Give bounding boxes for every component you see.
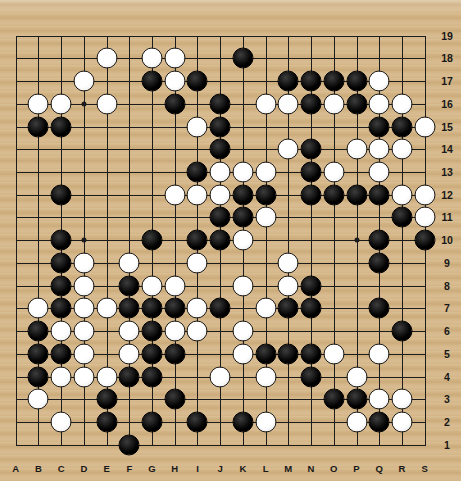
white-stone-J13 xyxy=(210,162,231,183)
column-label-D: D xyxy=(80,463,87,474)
white-stone-Q3 xyxy=(369,389,390,410)
white-stone-E18 xyxy=(96,48,117,69)
row-label-15: 15 xyxy=(441,121,453,133)
white-stone-K13 xyxy=(232,162,253,183)
black-stone-E3 xyxy=(96,389,117,410)
black-stone-J14 xyxy=(210,139,231,160)
column-label-R: R xyxy=(399,463,406,474)
column-label-G: G xyxy=(148,463,155,474)
white-stone-B3 xyxy=(28,389,49,410)
row-label-18: 18 xyxy=(441,52,453,64)
black-stone-B6 xyxy=(28,321,49,342)
white-stone-R3 xyxy=(391,389,412,410)
black-stone-K2 xyxy=(232,411,253,432)
black-stone-F4 xyxy=(119,366,140,387)
white-stone-S15 xyxy=(414,116,435,137)
white-stone-I15 xyxy=(187,116,208,137)
white-stone-S11 xyxy=(414,207,435,228)
white-stone-H6 xyxy=(164,321,185,342)
white-stone-P2 xyxy=(346,411,367,432)
black-stone-J10 xyxy=(210,230,231,251)
column-label-K: K xyxy=(239,463,246,474)
row-label-10: 10 xyxy=(441,234,453,246)
black-stone-G17 xyxy=(142,71,163,92)
row-label-14: 14 xyxy=(441,143,453,155)
black-stone-G2 xyxy=(142,411,163,432)
black-stone-C10 xyxy=(51,230,72,251)
black-stone-P3 xyxy=(346,389,367,410)
row-label-17: 17 xyxy=(441,75,453,87)
white-stone-Q13 xyxy=(369,162,390,183)
row-label-7: 7 xyxy=(444,302,450,314)
black-stone-H5 xyxy=(164,343,185,364)
row-label-16: 16 xyxy=(441,98,453,110)
column-label-S: S xyxy=(421,463,427,474)
white-stone-J4 xyxy=(210,366,231,387)
white-stone-L7 xyxy=(255,298,276,319)
white-stone-C2 xyxy=(51,411,72,432)
white-stone-Q5 xyxy=(369,343,390,364)
white-stone-H17 xyxy=(164,71,185,92)
black-stone-N17 xyxy=(301,71,322,92)
column-label-M: M xyxy=(284,463,292,474)
column-label-I: I xyxy=(196,463,199,474)
white-stone-F6 xyxy=(119,321,140,342)
black-stone-P16 xyxy=(346,93,367,114)
column-label-F: F xyxy=(126,463,132,474)
black-stone-C12 xyxy=(51,184,72,205)
row-label-2: 2 xyxy=(444,416,450,428)
black-stone-O3 xyxy=(323,389,344,410)
row-label-1: 1 xyxy=(444,439,450,451)
white-stone-K5 xyxy=(232,343,253,364)
black-stone-C5 xyxy=(51,343,72,364)
white-stone-R16 xyxy=(391,93,412,114)
white-stone-P14 xyxy=(346,139,367,160)
white-stone-D7 xyxy=(73,298,94,319)
white-stone-O13 xyxy=(323,162,344,183)
black-stone-L12 xyxy=(255,184,276,205)
black-stone-P12 xyxy=(346,184,367,205)
black-stone-H3 xyxy=(164,389,185,410)
column-label-P: P xyxy=(353,463,359,474)
white-stone-R2 xyxy=(391,411,412,432)
black-stone-C8 xyxy=(51,275,72,296)
black-stone-H7 xyxy=(164,298,185,319)
white-stone-M8 xyxy=(278,275,299,296)
white-stone-C16 xyxy=(51,93,72,114)
white-stone-D8 xyxy=(73,275,94,296)
white-stone-D17 xyxy=(73,71,94,92)
black-stone-L5 xyxy=(255,343,276,364)
black-stone-N4 xyxy=(301,366,322,387)
black-stone-Q15 xyxy=(369,116,390,137)
white-stone-D5 xyxy=(73,343,94,364)
black-stone-Q2 xyxy=(369,411,390,432)
star-point-D10 xyxy=(81,238,86,243)
black-stone-K11 xyxy=(232,207,253,228)
black-stone-Q12 xyxy=(369,184,390,205)
black-stone-R11 xyxy=(391,207,412,228)
black-stone-C15 xyxy=(51,116,72,137)
column-label-H: H xyxy=(171,463,178,474)
white-stone-L11 xyxy=(255,207,276,228)
column-label-Q: Q xyxy=(376,463,383,474)
black-stone-N13 xyxy=(301,162,322,183)
black-stone-O17 xyxy=(323,71,344,92)
black-stone-J11 xyxy=(210,207,231,228)
black-stone-J15 xyxy=(210,116,231,137)
black-stone-Q10 xyxy=(369,230,390,251)
white-stone-G8 xyxy=(142,275,163,296)
column-label-L: L xyxy=(263,463,269,474)
white-stone-Q14 xyxy=(369,139,390,160)
white-stone-C4 xyxy=(51,366,72,387)
white-stone-K10 xyxy=(232,230,253,251)
white-stone-D4 xyxy=(73,366,94,387)
black-stone-M7 xyxy=(278,298,299,319)
white-stone-R14 xyxy=(391,139,412,160)
row-label-12: 12 xyxy=(441,189,453,201)
row-label-19: 19 xyxy=(441,30,453,42)
white-stone-Q16 xyxy=(369,93,390,114)
white-stone-K8 xyxy=(232,275,253,296)
grid-line-horizontal xyxy=(16,445,426,446)
go-board-screenshot: ABCDEFGHIJKLMNOPQRS191817161514131211109… xyxy=(0,0,461,481)
black-stone-I13 xyxy=(187,162,208,183)
black-stone-I10 xyxy=(187,230,208,251)
white-stone-E4 xyxy=(96,366,117,387)
white-stone-J12 xyxy=(210,184,231,205)
row-label-5: 5 xyxy=(444,348,450,360)
column-label-E: E xyxy=(103,463,109,474)
white-stone-I6 xyxy=(187,321,208,342)
row-label-11: 11 xyxy=(441,211,452,223)
black-stone-F7 xyxy=(119,298,140,319)
black-stone-G5 xyxy=(142,343,163,364)
column-label-A: A xyxy=(12,463,19,474)
white-stone-H12 xyxy=(164,184,185,205)
white-stone-M16 xyxy=(278,93,299,114)
star-point-P10 xyxy=(354,238,359,243)
white-stone-O5 xyxy=(323,343,344,364)
black-stone-C9 xyxy=(51,252,72,273)
white-stone-H18 xyxy=(164,48,185,69)
white-stone-Q17 xyxy=(369,71,390,92)
black-stone-F1 xyxy=(119,434,140,455)
black-stone-M5 xyxy=(278,343,299,364)
row-label-6: 6 xyxy=(444,325,450,337)
column-label-C: C xyxy=(58,463,65,474)
white-stone-L2 xyxy=(255,411,276,432)
black-stone-G10 xyxy=(142,230,163,251)
black-stone-K12 xyxy=(232,184,253,205)
black-stone-Q7 xyxy=(369,298,390,319)
star-point-D16 xyxy=(81,101,86,106)
black-stone-J7 xyxy=(210,298,231,319)
black-stone-C7 xyxy=(51,298,72,319)
column-label-J: J xyxy=(218,463,223,474)
row-label-8: 8 xyxy=(444,280,450,292)
white-stone-K6 xyxy=(232,321,253,342)
black-stone-N8 xyxy=(301,275,322,296)
white-stone-D9 xyxy=(73,252,94,273)
white-stone-S12 xyxy=(414,184,435,205)
black-stone-B5 xyxy=(28,343,49,364)
black-stone-E2 xyxy=(96,411,117,432)
white-stone-P4 xyxy=(346,366,367,387)
white-stone-E7 xyxy=(96,298,117,319)
white-stone-E16 xyxy=(96,93,117,114)
white-stone-G18 xyxy=(142,48,163,69)
black-stone-I2 xyxy=(187,411,208,432)
black-stone-G6 xyxy=(142,321,163,342)
black-stone-H16 xyxy=(164,93,185,114)
black-stone-I17 xyxy=(187,71,208,92)
white-stone-L16 xyxy=(255,93,276,114)
black-stone-N14 xyxy=(301,139,322,160)
black-stone-N5 xyxy=(301,343,322,364)
white-stone-M9 xyxy=(278,252,299,273)
black-stone-F8 xyxy=(119,275,140,296)
white-stone-L4 xyxy=(255,366,276,387)
white-stone-I12 xyxy=(187,184,208,205)
black-stone-J16 xyxy=(210,93,231,114)
white-stone-O16 xyxy=(323,93,344,114)
white-stone-I7 xyxy=(187,298,208,319)
column-label-B: B xyxy=(35,463,42,474)
black-stone-M17 xyxy=(278,71,299,92)
black-stone-G4 xyxy=(142,366,163,387)
white-stone-I9 xyxy=(187,252,208,273)
white-stone-L13 xyxy=(255,162,276,183)
row-label-9: 9 xyxy=(444,257,450,269)
black-stone-N16 xyxy=(301,93,322,114)
white-stone-F5 xyxy=(119,343,140,364)
white-stone-M14 xyxy=(278,139,299,160)
white-stone-H8 xyxy=(164,275,185,296)
white-stone-B16 xyxy=(28,93,49,114)
black-stone-O12 xyxy=(323,184,344,205)
white-stone-D6 xyxy=(73,321,94,342)
black-stone-P17 xyxy=(346,71,367,92)
white-stone-C6 xyxy=(51,321,72,342)
column-label-O: O xyxy=(330,463,337,474)
black-stone-B15 xyxy=(28,116,49,137)
black-stone-G7 xyxy=(142,298,163,319)
column-label-N: N xyxy=(308,463,315,474)
black-stone-Q9 xyxy=(369,252,390,273)
white-stone-B7 xyxy=(28,298,49,319)
black-stone-B4 xyxy=(28,366,49,387)
black-stone-N7 xyxy=(301,298,322,319)
white-stone-F9 xyxy=(119,252,140,273)
row-label-13: 13 xyxy=(441,166,453,178)
black-stone-N12 xyxy=(301,184,322,205)
black-stone-K18 xyxy=(232,48,253,69)
black-stone-R15 xyxy=(391,116,412,137)
row-label-3: 3 xyxy=(444,393,450,405)
black-stone-S10 xyxy=(414,230,435,251)
black-stone-R6 xyxy=(391,321,412,342)
white-stone-R12 xyxy=(391,184,412,205)
row-label-4: 4 xyxy=(444,371,450,383)
